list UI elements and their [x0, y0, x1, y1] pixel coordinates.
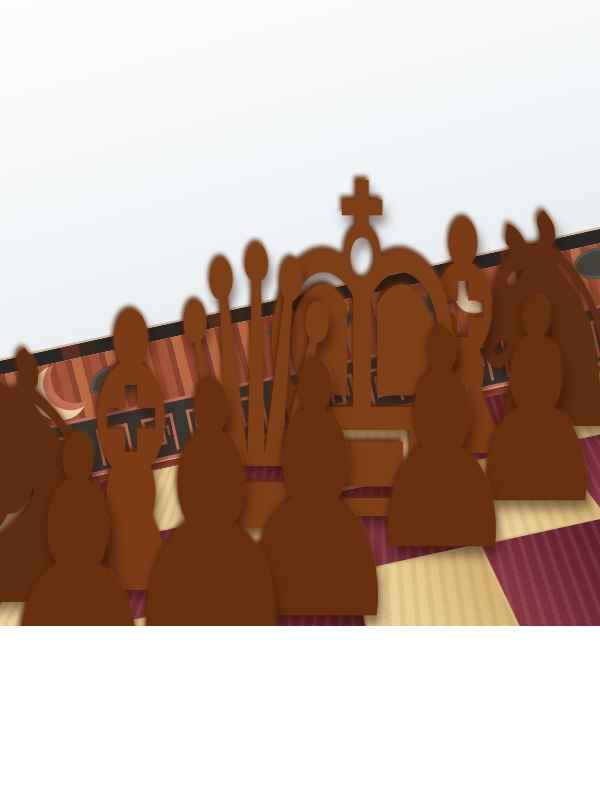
white-margin [0, 626, 600, 800]
product-photo: ℬ c ℒ ♞♝♛♚♝♞♟♟♟♟♟ [0, 0, 600, 800]
